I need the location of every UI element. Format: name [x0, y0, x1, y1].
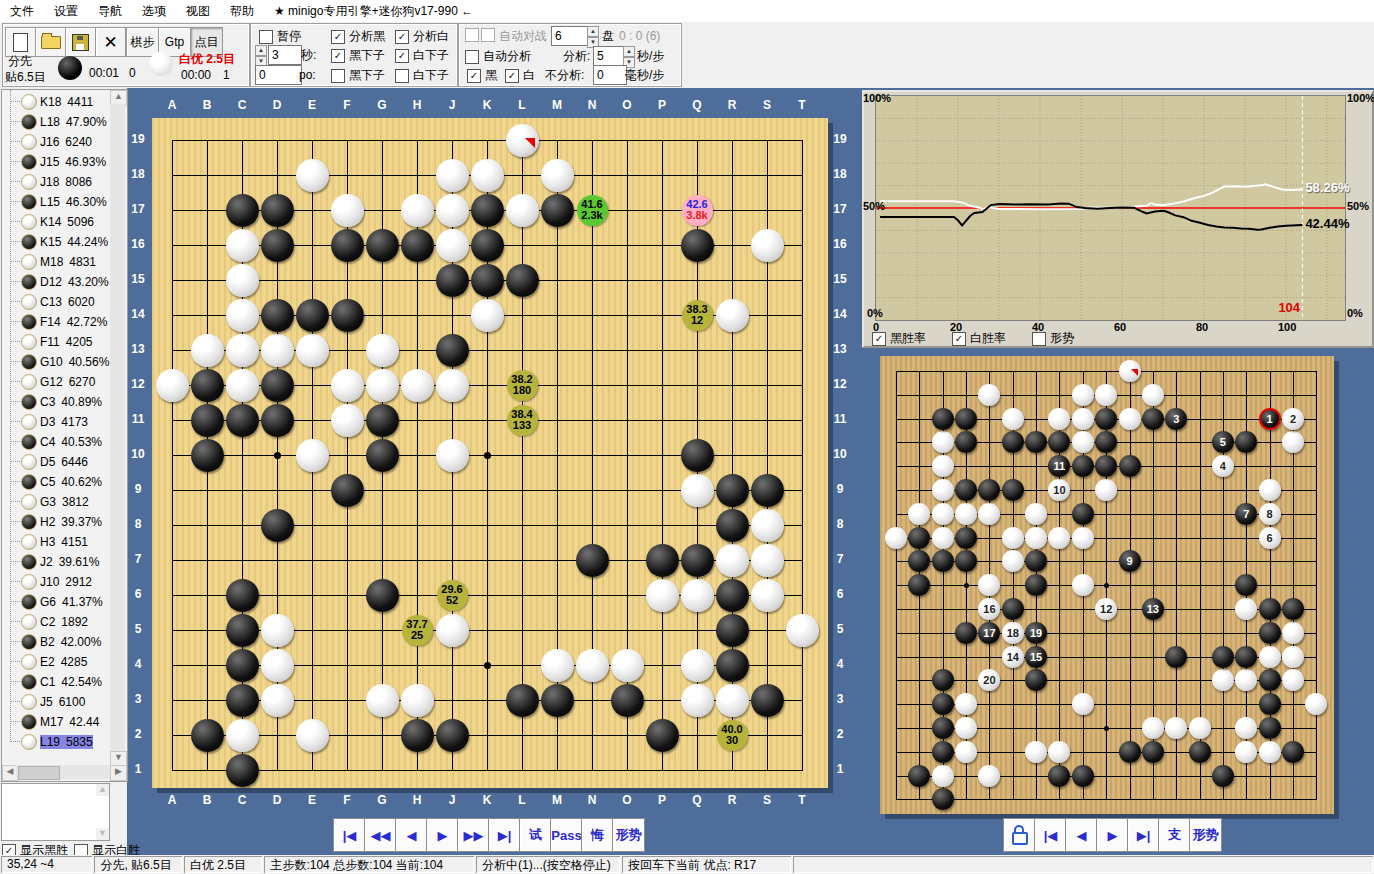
main-go-board[interactable]: 41.62.3k42.63.8k38.31238.218038.413329.6… [152, 118, 828, 788]
black-stone-D12[interactable] [261, 369, 294, 402]
black-stone-G16[interactable] [366, 229, 399, 262]
black-stone-R6[interactable] [1259, 669, 1281, 691]
auto-battle-count-input[interactable]: 6 [551, 26, 591, 46]
white-stone-E13[interactable] [296, 334, 329, 367]
analyze-black-checkbox[interactable]: 分析黑 [331, 28, 385, 45]
white-stone-S16[interactable] [751, 229, 784, 262]
move-list-hscrollbar[interactable] [16, 765, 110, 779]
black-stone-M3[interactable] [541, 684, 574, 717]
black-stone-P7[interactable] [1212, 646, 1234, 668]
sec-black-move-checkbox[interactable]: 黑下子 [331, 47, 385, 64]
black-stone-P7[interactable] [646, 544, 679, 577]
black-stone-Q16[interactable] [681, 229, 714, 262]
move-list-item[interactable]: D5 6446 [2, 452, 110, 472]
white-stone-R3[interactable] [1259, 741, 1281, 763]
white-stone-T5[interactable] [786, 614, 819, 647]
white-stone-D5[interactable] [261, 614, 294, 647]
black-stone-J13[interactable] [1072, 503, 1094, 525]
black-stone-K15[interactable] [471, 264, 504, 297]
black-stone-G10[interactable] [1025, 574, 1047, 596]
black-stone-R8[interactable] [1259, 622, 1281, 644]
comment-box[interactable]: ▲ ▼ [1, 783, 110, 841]
white-stone-K18[interactable] [471, 159, 504, 192]
move-list-item[interactable]: J15 46.93% [2, 152, 110, 172]
black-stone-S3[interactable] [751, 684, 784, 717]
white-stone-D3[interactable] [261, 684, 294, 717]
black-stone-B11[interactable] [191, 404, 224, 437]
black-side-checkbox[interactable]: 黑 [467, 67, 497, 84]
white-stone-A12[interactable] [885, 527, 907, 549]
menu-item-3[interactable]: 导航 [88, 1, 132, 22]
white-stone-C15[interactable] [226, 264, 259, 297]
analysis-label-Q14[interactable]: 38.312 [682, 300, 713, 331]
white-stone-G12[interactable] [1025, 527, 1047, 549]
black-stone-L15[interactable] [1119, 455, 1141, 477]
black-stone-J15[interactable] [436, 264, 469, 297]
move-list-item[interactable]: K15 44.24% [2, 232, 110, 252]
white-stone-C12[interactable] [226, 369, 259, 402]
black-stone-L3[interactable] [1119, 741, 1141, 763]
black-stone-O3[interactable] [1189, 741, 1211, 763]
white-stone-J16[interactable] [436, 229, 469, 262]
black-stone-H16[interactable] [1048, 431, 1070, 453]
white-stone-D5[interactable] [955, 693, 977, 715]
black-stone-R5[interactable] [716, 614, 749, 647]
white-stone-S7[interactable] [1282, 646, 1304, 668]
white-stone-Q6[interactable] [1235, 669, 1257, 691]
white-stone-C16[interactable] [932, 431, 954, 453]
white-stone-K14[interactable] [471, 299, 504, 332]
black-stone-H16[interactable] [401, 229, 434, 262]
black-stone-B12[interactable] [908, 527, 930, 549]
white-stone-R7[interactable] [1259, 646, 1281, 668]
save-button[interactable] [65, 27, 96, 57]
analysis-label-L12[interactable]: 38.2180 [507, 370, 538, 401]
lock-button[interactable] [1003, 818, 1036, 852]
white-stone-E2[interactable] [296, 719, 329, 752]
auto-analyze-checkbox[interactable]: 自动分析 [465, 48, 531, 65]
move-list-scrollbar[interactable] [110, 104, 125, 751]
white-stone-J5[interactable] [436, 614, 469, 647]
white-stone-S6[interactable] [751, 579, 784, 612]
black-stone-D11[interactable] [261, 404, 294, 437]
black-stone-B10[interactable] [191, 439, 224, 472]
black-stone-F14[interactable] [1002, 479, 1024, 501]
black-stone-L3[interactable] [506, 684, 539, 717]
white-stone-C14[interactable] [226, 299, 259, 332]
variation-move-8[interactable]: 8 [1259, 503, 1281, 525]
white-stone-H12[interactable] [401, 369, 434, 402]
main-nav-3-button[interactable]: ◀ [395, 818, 428, 852]
black-stone-Q16[interactable] [1235, 431, 1257, 453]
black-stone-N7[interactable] [1165, 646, 1187, 668]
variation-move-11[interactable]: 11 [1048, 455, 1070, 477]
white-stone-H3[interactable] [401, 684, 434, 717]
black-stone-G11[interactable] [1025, 550, 1047, 572]
black-stone-C1[interactable] [226, 754, 259, 787]
po-black-move-checkbox[interactable]: 黑下子 [331, 67, 385, 84]
white-stone-D3[interactable] [955, 741, 977, 763]
black-stone-S9[interactable] [1282, 598, 1304, 620]
black-stone-D17[interactable] [955, 408, 977, 430]
black-stone-B11[interactable] [908, 550, 930, 572]
move-list-item[interactable]: C5 40.62% [2, 472, 110, 492]
variation-move-18[interactable]: 18 [1002, 622, 1024, 644]
black-stone-M3[interactable] [1142, 741, 1164, 763]
variation-nav-5-button[interactable]: ▶| [1127, 818, 1160, 852]
black-stone-C11[interactable] [226, 404, 259, 437]
white-stone-S7[interactable] [751, 544, 784, 577]
black-stone-E14[interactable] [978, 479, 1000, 501]
white-stone-K18[interactable] [1095, 384, 1117, 406]
white-stone-K14[interactable] [1095, 479, 1117, 501]
white-stone-L17[interactable] [1119, 408, 1141, 430]
black-stone-Q7[interactable] [681, 544, 714, 577]
comment-scroll-down[interactable]: ▼ [96, 828, 109, 840]
black-stone-D14[interactable] [955, 479, 977, 501]
main-nav-2-button[interactable]: ◀◀ [364, 818, 397, 852]
white-stone-J17[interactable] [436, 194, 469, 227]
black-stone-C4[interactable] [932, 717, 954, 739]
white-stone-M18[interactable] [541, 159, 574, 192]
black-stone-Q7[interactable] [1235, 646, 1257, 668]
black-stone-C3[interactable] [932, 741, 954, 763]
black-stone-B12[interactable] [191, 369, 224, 402]
black-stone-K16[interactable] [1095, 431, 1117, 453]
main-nav-9-button[interactable]: 悔 [581, 818, 614, 852]
black-stone-D11[interactable] [955, 550, 977, 572]
black-stone-D12[interactable] [955, 527, 977, 549]
variation-move-15[interactable]: 15 [1025, 646, 1047, 668]
white-stone-R3[interactable] [716, 684, 749, 717]
variation-move-13[interactable]: 13 [1142, 598, 1164, 620]
white-stone-C16[interactable] [226, 229, 259, 262]
move-list-item[interactable]: C1 42.54% [2, 672, 110, 692]
white-stone-S8[interactable] [751, 509, 784, 542]
white-stone-J16[interactable] [1072, 431, 1094, 453]
variation-move-4[interactable]: 4 [1212, 455, 1234, 477]
black-stone-H2[interactable] [401, 719, 434, 752]
white-stone-M4[interactable] [1142, 717, 1164, 739]
variation-move-1[interactable]: 1 [1259, 408, 1281, 430]
black-stone-C17[interactable] [226, 194, 259, 227]
white-stone-E10[interactable] [296, 439, 329, 472]
white-stone-C13[interactable] [226, 334, 259, 367]
variation-nav-2-button[interactable]: |◀ [1034, 818, 1067, 852]
white-side-checkbox[interactable]: 白 [505, 67, 535, 84]
move-list-item[interactable]: B2 42.00% [2, 632, 110, 652]
variation-move-16[interactable]: 16 [978, 598, 1000, 620]
white-stone-M4[interactable] [541, 649, 574, 682]
white-stone-B13[interactable] [191, 334, 224, 367]
white-stone-C13[interactable] [932, 503, 954, 525]
black-stone-G11[interactable] [366, 404, 399, 437]
variation-move-5[interactable]: 5 [1212, 431, 1234, 453]
black-stone-C1[interactable] [932, 788, 954, 810]
black-stone-N7[interactable] [576, 544, 609, 577]
no-analyze-input[interactable]: 0 [593, 65, 627, 85]
white-stone-M18[interactable] [1142, 384, 1164, 406]
white-stone-Q9[interactable] [681, 474, 714, 507]
move-list-item[interactable]: H2 39.37% [2, 512, 110, 532]
move-list-item[interactable]: C2 1892 [2, 612, 110, 632]
white-stone-D4[interactable] [955, 717, 977, 739]
white-stone-C14[interactable] [932, 479, 954, 501]
white-stone-G3[interactable] [366, 684, 399, 717]
black-stone-G16[interactable] [1025, 431, 1047, 453]
black-stone-K17[interactable] [471, 194, 504, 227]
move-list-item[interactable]: F14 42.72% [2, 312, 110, 332]
black-stone-B10[interactable] [908, 574, 930, 596]
black-stone-R8[interactable] [716, 509, 749, 542]
black-stone-C4[interactable] [226, 649, 259, 682]
auto-battle-checkbox-2[interactable] [481, 28, 495, 42]
white-stone-D4[interactable] [261, 649, 294, 682]
move-list-item[interactable]: C4 40.53% [2, 432, 110, 452]
menu-item-1[interactable]: 文件 [0, 1, 44, 22]
black-stone-K15[interactable] [1095, 455, 1117, 477]
variation-nav-6-button[interactable]: 支 [1158, 818, 1191, 852]
black-stone-D8[interactable] [955, 622, 977, 644]
comment-scroll-up[interactable]: ▲ [96, 784, 109, 796]
white-stone-C15[interactable] [932, 455, 954, 477]
white-stone-F12[interactable] [331, 369, 364, 402]
variation-move-20[interactable]: 20 [978, 669, 1000, 691]
white-stone-J18[interactable] [1072, 384, 1094, 406]
variation-move-14[interactable]: 14 [1002, 646, 1024, 668]
move-list-item[interactable]: J18 8086 [2, 172, 110, 192]
seconds-spinner[interactable]: ▲▼ [255, 45, 267, 65]
black-stone-R4[interactable] [1259, 717, 1281, 739]
main-nav-4-button[interactable]: ▶ [426, 818, 459, 852]
variation-move-19[interactable]: 19 [1025, 622, 1047, 644]
move-list-item[interactable]: J16 6240 [2, 132, 110, 152]
black-stone-J13[interactable] [436, 334, 469, 367]
white-stone-L19[interactable] [1119, 360, 1141, 382]
menu-item-5[interactable]: 视图 [176, 1, 220, 22]
moves-mode-button[interactable]: 棋步 [126, 27, 159, 57]
white-stone-Q9[interactable] [1235, 598, 1257, 620]
move-list-item[interactable]: G6 41.37% [2, 592, 110, 612]
black-stone-C5[interactable] [226, 614, 259, 647]
analysis-label-L11[interactable]: 38.4133 [507, 405, 538, 436]
variation-nav-7-button[interactable]: 形势 [1189, 818, 1222, 852]
auto-battle-checkbox-1[interactable] [465, 28, 479, 42]
white-stone-F17[interactable] [331, 194, 364, 227]
move-list-scroll-right[interactable]: ▶ [110, 765, 127, 781]
black-stone-D16[interactable] [261, 229, 294, 262]
seconds-input[interactable]: 3 [268, 45, 302, 65]
move-list-item[interactable]: L19 5835 [2, 732, 110, 752]
white-stone-E18[interactable] [296, 159, 329, 192]
white-stone-H17[interactable] [401, 194, 434, 227]
white-stone-T5[interactable] [1305, 693, 1327, 715]
white-stone-C12[interactable] [932, 527, 954, 549]
variation-move-9[interactable]: 9 [1119, 550, 1141, 572]
move-list-item[interactable]: J5 6100 [2, 692, 110, 712]
black-stone-S3[interactable] [1282, 741, 1304, 763]
move-list-item[interactable]: M17 42.44 [2, 712, 110, 732]
black-stone-F16[interactable] [1002, 431, 1024, 453]
white-stone-E2[interactable] [978, 765, 1000, 787]
move-list-item[interactable]: C13 6020 [2, 292, 110, 312]
white-stone-F12[interactable] [1002, 527, 1024, 549]
move-list-item[interactable]: M18 4831 [2, 252, 110, 272]
move-list-item[interactable]: L15 46.30% [2, 192, 110, 212]
variation-move-3[interactable]: 3 [1165, 408, 1187, 430]
white-stone-J12[interactable] [436, 369, 469, 402]
black-stone-G10[interactable] [366, 439, 399, 472]
white-stone-H3[interactable] [1048, 741, 1070, 763]
black-stone-J2[interactable] [436, 719, 469, 752]
po-input[interactable]: 0 [255, 65, 302, 85]
variation-move-12[interactable]: 12 [1095, 598, 1117, 620]
move-list-item[interactable]: J10 2912 [2, 572, 110, 592]
black-stone-C3[interactable] [226, 684, 259, 717]
move-list-item[interactable]: G10 40.56% [2, 352, 110, 372]
menu-item-4[interactable]: 选项 [132, 1, 176, 22]
black-stone-B2[interactable] [191, 719, 224, 752]
winrate-chart[interactable] [876, 96, 1345, 320]
black-stone-C17[interactable] [932, 408, 954, 430]
analysis-label-J6[interactable]: 29.652 [437, 580, 468, 611]
variation-nav-4-button[interactable]: ▶ [1096, 818, 1129, 852]
variation-move-17[interactable]: 17 [978, 622, 1000, 644]
white-stone-S8[interactable] [1282, 622, 1304, 644]
black-stone-F9[interactable] [1002, 598, 1024, 620]
black-stone-K17[interactable] [1095, 408, 1117, 430]
main-nav-10-button[interactable]: 形势 [612, 818, 645, 852]
variation-move-6[interactable]: 6 [1259, 527, 1281, 549]
black-stone-D8[interactable] [261, 509, 294, 542]
black-stone-Q10[interactable] [681, 439, 714, 472]
variation-go-board[interactable]: 1234567891011121314151617181920 [880, 356, 1334, 814]
black-stone-S9[interactable] [751, 474, 784, 507]
analyze-per-spinner[interactable]: ▲▼ [623, 46, 635, 66]
white-stone-R7[interactable] [716, 544, 749, 577]
move-list-item[interactable]: C3 40.89% [2, 392, 110, 412]
black-stone-K16[interactable] [471, 229, 504, 262]
move-list-item[interactable]: H3 4151 [2, 532, 110, 552]
white-stone-F17[interactable] [1002, 408, 1024, 430]
pause-checkbox[interactable]: 暂停 [259, 28, 301, 45]
move-list-item[interactable]: L18 47.90% [2, 112, 110, 132]
white-stone-Q3[interactable] [1235, 741, 1257, 763]
white-stone-A12[interactable] [156, 369, 189, 402]
white-stone-Q4[interactable] [1235, 717, 1257, 739]
white-stone-Q4[interactable] [681, 649, 714, 682]
main-nav-7-button[interactable]: 试 [519, 818, 552, 852]
black-stone-M17[interactable] [1142, 408, 1164, 430]
move-list-item[interactable]: G3 3812 [2, 492, 110, 512]
white-stone-H17[interactable] [1048, 408, 1070, 430]
white-stone-G13[interactable] [366, 334, 399, 367]
analysis-label-R2[interactable]: 40.030 [717, 720, 748, 751]
white-stone-F11[interactable] [331, 404, 364, 437]
white-stone-L19[interactable] [506, 124, 539, 157]
white-stone-D13[interactable] [261, 334, 294, 367]
white-stone-G13[interactable] [1025, 503, 1047, 525]
white-stone-S16[interactable] [1282, 431, 1304, 453]
winrate-plot[interactable] [875, 95, 1346, 321]
white-stone-D13[interactable] [955, 503, 977, 525]
move-list-item[interactable]: G12 6270 [2, 372, 110, 392]
white-stone-J10[interactable] [1072, 574, 1094, 596]
white-stone-E18[interactable] [978, 384, 1000, 406]
move-list-item[interactable]: D3 4173 [2, 412, 110, 432]
white-stone-Q6[interactable] [681, 579, 714, 612]
black-stone-R6[interactable] [716, 579, 749, 612]
main-nav-5-button[interactable]: ▶▶ [457, 818, 490, 852]
white-stone-O4[interactable] [1189, 717, 1211, 739]
black-stone-R9[interactable] [716, 474, 749, 507]
white-stone-O4[interactable] [611, 649, 644, 682]
legend-1-checkbox[interactable]: 黑胜率 [872, 330, 926, 347]
white-stone-G3[interactable] [1025, 741, 1047, 763]
black-stone-C6[interactable] [226, 579, 259, 612]
analysis-label-Q17[interactable]: 42.63.8k [682, 195, 713, 226]
black-stone-C5[interactable] [932, 693, 954, 715]
open-file-button[interactable] [35, 27, 66, 57]
analysis-label-N17[interactable]: 41.62.3k [577, 195, 608, 226]
main-nav-8-button[interactable]: Pass [550, 818, 583, 852]
variation-move-2[interactable]: 2 [1282, 408, 1304, 430]
black-stone-J2[interactable] [1072, 765, 1094, 787]
black-stone-M17[interactable] [541, 194, 574, 227]
move-list-item[interactable]: K18 4411 [2, 92, 110, 112]
black-stone-Q10[interactable] [1235, 574, 1257, 596]
move-list-item[interactable]: K14 5096 [2, 212, 110, 232]
black-stone-L15[interactable] [506, 264, 539, 297]
black-stone-B2[interactable] [908, 765, 930, 787]
main-nav-1-button[interactable]: |◀ [333, 818, 366, 852]
black-stone-C11[interactable] [932, 550, 954, 572]
black-stone-E14[interactable] [296, 299, 329, 332]
white-stone-S6[interactable] [1282, 669, 1304, 691]
white-stone-P6[interactable] [1212, 669, 1234, 691]
white-stone-R14[interactable] [1259, 479, 1281, 501]
black-stone-D16[interactable] [955, 431, 977, 453]
white-stone-H12[interactable] [1048, 527, 1070, 549]
white-stone-L17[interactable] [506, 194, 539, 227]
move-list-item[interactable]: E2 4285 [2, 652, 110, 672]
white-stone-N4[interactable] [1165, 717, 1187, 739]
variation-nav-3-button[interactable]: ◀ [1065, 818, 1098, 852]
sec-white-move-checkbox[interactable]: 白下子 [395, 47, 449, 64]
white-stone-N4[interactable] [576, 649, 609, 682]
white-stone-J5[interactable] [1072, 693, 1094, 715]
close-button[interactable]: ✕ [95, 27, 126, 57]
white-stone-F11[interactable] [1002, 550, 1024, 572]
menu-item-6[interactable]: 帮助 [220, 1, 264, 22]
black-stone-D14[interactable] [261, 299, 294, 332]
auto-battle-spinner[interactable]: ▲▼ [587, 26, 599, 46]
white-stone-E10[interactable] [978, 574, 1000, 596]
white-stone-E13[interactable] [978, 503, 1000, 525]
black-stone-G6[interactable] [366, 579, 399, 612]
white-stone-J17[interactable] [1072, 408, 1094, 430]
black-stone-P2[interactable] [646, 719, 679, 752]
black-stone-F16[interactable] [331, 229, 364, 262]
variation-move-7[interactable]: 7 [1235, 503, 1257, 525]
variation-move-10[interactable]: 10 [1048, 479, 1070, 501]
move-list-item[interactable]: J2 39.61% [2, 552, 110, 572]
white-stone-R14[interactable] [716, 299, 749, 332]
po-white-move-checkbox[interactable]: 白下子 [395, 67, 449, 84]
analyze-white-checkbox[interactable]: 分析白 [395, 28, 449, 45]
black-stone-R4[interactable] [716, 649, 749, 682]
white-stone-G12[interactable] [366, 369, 399, 402]
